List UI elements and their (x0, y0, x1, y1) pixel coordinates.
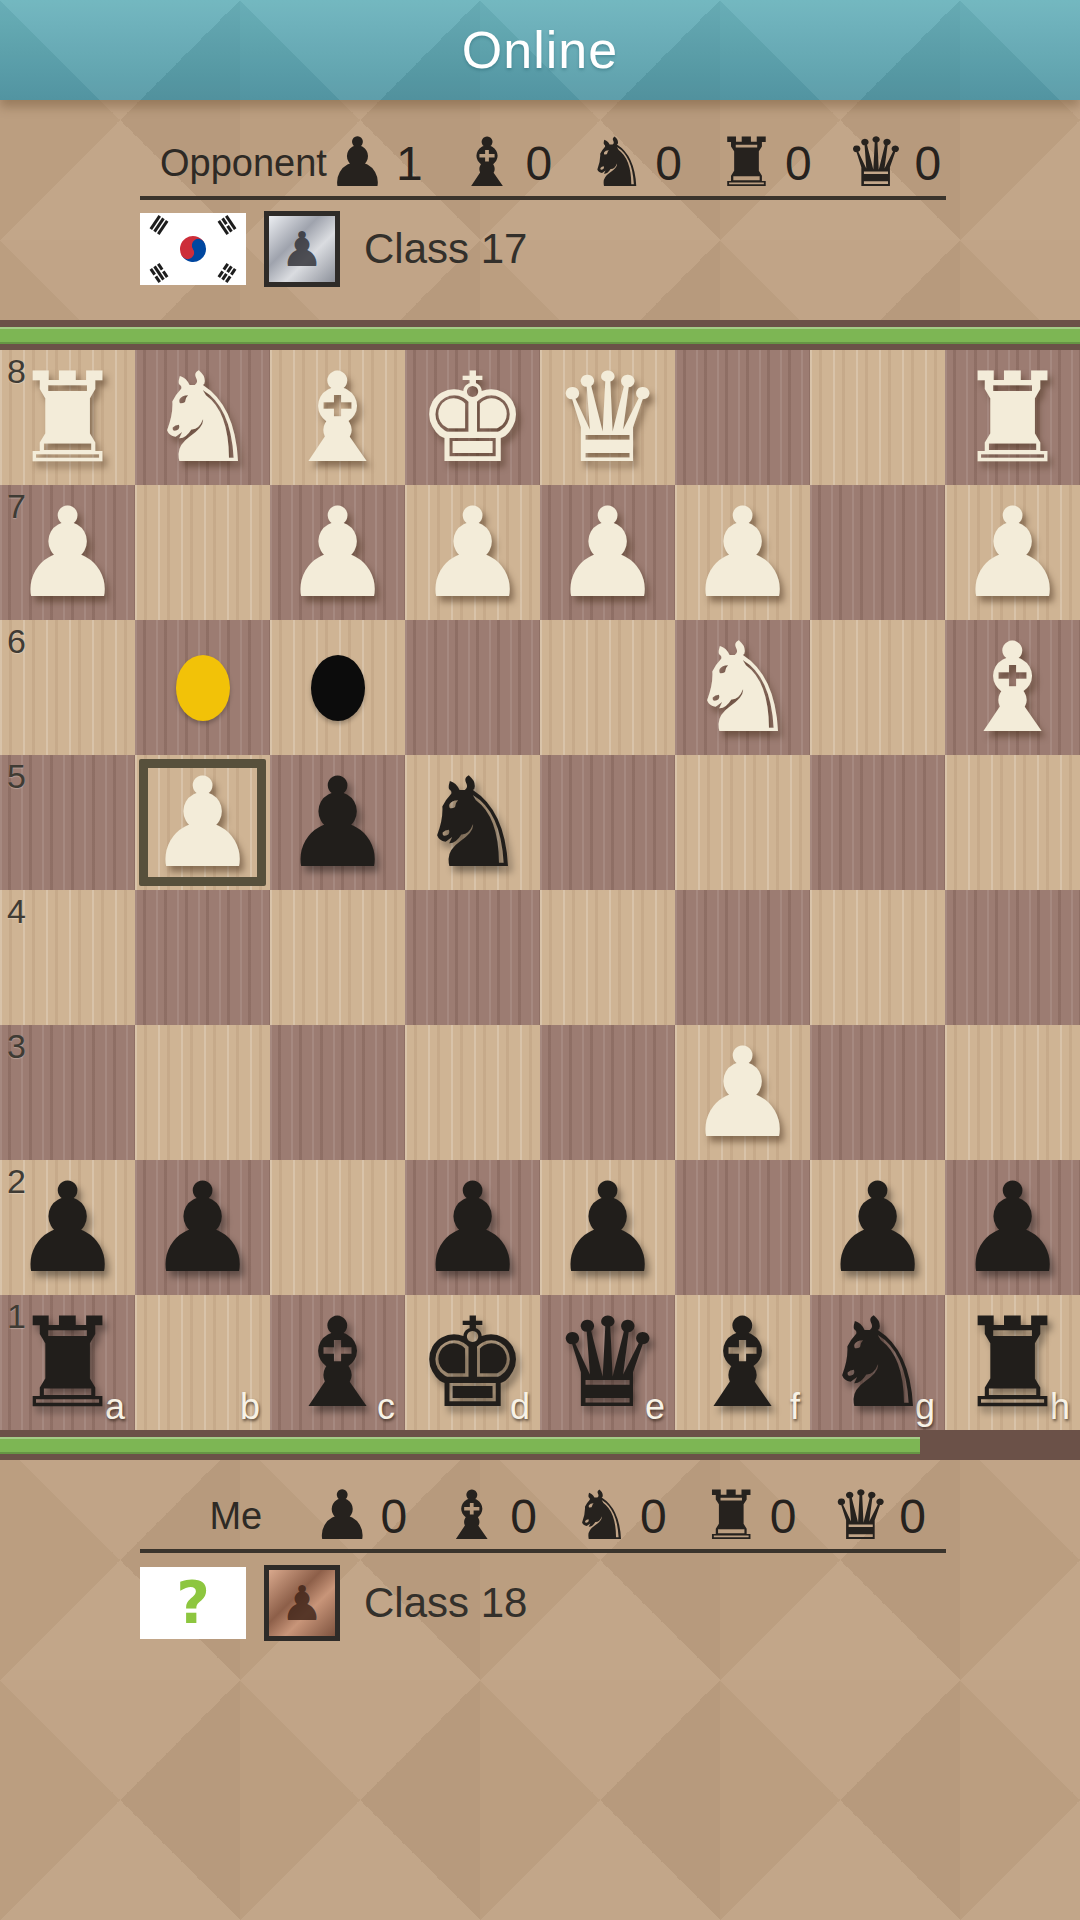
square-b7[interactable] (135, 485, 270, 620)
bishop-icon: ♝ (441, 1480, 502, 1552)
square-d4[interactable] (405, 890, 540, 1025)
me-pawn-count: 0 (381, 1489, 408, 1544)
pawn-icon: ♟ (327, 127, 388, 199)
square-f3[interactable]: ♟ (675, 1025, 810, 1160)
opponent-info: ♟ Class 17 (140, 206, 527, 292)
opponent-bishop-count: 0 (526, 136, 553, 191)
question-mark-icon: ? (176, 1569, 210, 1637)
square-g2[interactable]: ♟ (810, 1160, 945, 1295)
me-knight-count: 0 (640, 1489, 667, 1544)
square-a7[interactable]: 7♟ (0, 485, 135, 620)
black-dot (311, 655, 365, 721)
queen-icon: ♛ (830, 1480, 891, 1552)
square-g7[interactable] (810, 485, 945, 620)
square-b6[interactable] (135, 620, 270, 755)
square-b5[interactable]: ♟ (135, 755, 270, 890)
white-pawn: ♟ (945, 485, 1080, 620)
square-e4[interactable] (540, 890, 675, 1025)
me-captured-items: ♟0♝0♞0♜0♛0 (312, 1480, 960, 1552)
square-h2[interactable]: ♟ (945, 1160, 1080, 1295)
black-pawn: ♟ (270, 755, 405, 890)
square-d7[interactable]: ♟ (405, 485, 540, 620)
me-divider (140, 1549, 946, 1553)
me-info: ? ♟ Class 18 (140, 1560, 527, 1646)
file-label-b: b (240, 1386, 260, 1428)
square-c4[interactable] (270, 890, 405, 1025)
white-rook: ♜ (0, 350, 135, 485)
opponent-label: Opponent (160, 142, 327, 185)
square-f2[interactable] (675, 1160, 810, 1295)
rook-icon: ♜ (701, 1480, 762, 1552)
square-d3[interactable] (405, 1025, 540, 1160)
rank-label-4: 4 (7, 892, 26, 931)
square-d1[interactable]: d♚ (405, 1295, 540, 1430)
square-f1[interactable]: f♝ (675, 1295, 810, 1430)
square-g6[interactable] (810, 620, 945, 755)
bishop-icon: ♝ (457, 127, 518, 199)
square-a4[interactable]: 4 (0, 890, 135, 1025)
square-h4[interactable] (945, 890, 1080, 1025)
square-g3[interactable] (810, 1025, 945, 1160)
opponent-captured-row: Opponent ♟1♝0♞0♜0♛0 (160, 127, 960, 199)
square-a8[interactable]: 8♜ (0, 350, 135, 485)
black-pawn: ♟ (810, 1160, 945, 1295)
rook-icon: ♜ (716, 127, 777, 199)
me-bishop-count: 0 (510, 1489, 537, 1544)
white-king: ♚ (405, 350, 540, 485)
square-g5[interactable] (810, 755, 945, 890)
black-queen: ♛ (540, 1295, 675, 1430)
me-captured-queen: ♛0 (830, 1480, 926, 1552)
square-a2[interactable]: 2♟ (0, 1160, 135, 1295)
my-turn-bar-track (0, 1430, 1080, 1460)
square-e3[interactable] (540, 1025, 675, 1160)
app-screen: Online Opponent ♟1♝0♞0♜0♛0 ♟ Class 1 (0, 0, 1080, 1920)
me-captured-knight: ♞0 (571, 1480, 667, 1552)
knight-icon: ♞ (586, 127, 647, 199)
square-h3[interactable] (945, 1025, 1080, 1160)
opponent-captured-queen: ♛0 (846, 127, 942, 199)
rank-label-5: 5 (7, 757, 26, 796)
opponent-knight-count: 0 (655, 136, 682, 191)
square-f4[interactable] (675, 890, 810, 1025)
square-h1[interactable]: h♜ (945, 1295, 1080, 1430)
white-pawn: ♟ (270, 485, 405, 620)
square-d2[interactable]: ♟ (405, 1160, 540, 1295)
black-pawn: ♟ (135, 1160, 270, 1295)
rank-label-3: 3 (7, 1027, 26, 1066)
square-g8[interactable] (810, 350, 945, 485)
square-a6[interactable]: 6 (0, 620, 135, 755)
square-e1[interactable]: e♛ (540, 1295, 675, 1430)
white-queen: ♛ (540, 350, 675, 485)
square-c8[interactable]: ♝ (270, 350, 405, 485)
square-h8[interactable]: ♜ (945, 350, 1080, 485)
white-bishop: ♝ (270, 350, 405, 485)
knight-icon: ♞ (571, 1480, 632, 1552)
white-pawn: ♟ (0, 485, 135, 620)
opponent-captured-rook: ♜0 (716, 127, 812, 199)
black-pawn: ♟ (0, 1160, 135, 1295)
white-pawn: ♟ (405, 485, 540, 620)
white-pawn: ♟ (675, 485, 810, 620)
square-d5[interactable]: ♞ (405, 755, 540, 890)
square-b1[interactable]: b (135, 1295, 270, 1430)
black-pawn: ♟ (540, 1160, 675, 1295)
queen-icon: ♛ (846, 127, 907, 199)
my-turn-bar-fill (0, 1437, 920, 1454)
square-a3[interactable]: 3 (0, 1025, 135, 1160)
square-d6[interactable] (405, 620, 540, 755)
opponent-queen-count: 0 (915, 136, 942, 191)
black-knight: ♞ (405, 755, 540, 890)
opponent-captured-pawn: ♟1 (327, 127, 423, 199)
me-captured-bishop: ♝0 (441, 1480, 537, 1552)
opponent-captured-items: ♟1♝0♞0♜0♛0 (327, 127, 975, 199)
me-captured-rook: ♜0 (701, 1480, 797, 1552)
chess-board: 8♜♞♝♚♛♜7♟♟♟♟♟♟6♞♝5♟♟♞43♟2♟♟♟♟♟♟1a♜bc♝d♚e… (0, 350, 1080, 1430)
unknown-flag-icon: ? (140, 1567, 246, 1639)
square-e5[interactable] (540, 755, 675, 890)
pawn-badge-icon: ♟ (280, 1579, 323, 1627)
opponent-divider (140, 196, 946, 200)
opponent-rook-count: 0 (785, 136, 812, 191)
square-h5[interactable] (945, 755, 1080, 890)
me-captured-pawn: ♟0 (312, 1480, 408, 1552)
square-e8[interactable]: ♛ (540, 350, 675, 485)
white-bishop: ♝ (945, 620, 1080, 755)
me-name: Class 18 (364, 1579, 527, 1627)
white-knight: ♞ (135, 350, 270, 485)
square-g4[interactable] (810, 890, 945, 1025)
black-rook: ♜ (0, 1295, 135, 1430)
me-rank-badge: ♟ (264, 1565, 340, 1641)
black-pawn: ♟ (405, 1160, 540, 1295)
rank-label-6: 6 (7, 622, 26, 661)
me-captured-row: Me ♟0♝0♞0♜0♛0 (160, 1480, 960, 1552)
square-c1[interactable]: c♝ (270, 1295, 405, 1430)
square-e6[interactable] (540, 620, 675, 755)
square-f7[interactable]: ♟ (675, 485, 810, 620)
square-c3[interactable] (270, 1025, 405, 1160)
black-bishop: ♝ (675, 1295, 810, 1430)
me-rook-count: 0 (770, 1489, 797, 1544)
square-f5[interactable] (675, 755, 810, 890)
square-a1[interactable]: 1a♜ (0, 1295, 135, 1430)
black-bishop: ♝ (270, 1295, 405, 1430)
square-c7[interactable]: ♟ (270, 485, 405, 620)
square-b2[interactable]: ♟ (135, 1160, 270, 1295)
page-title: Online (0, 0, 1080, 100)
square-e7[interactable]: ♟ (540, 485, 675, 620)
square-b8[interactable]: ♞ (135, 350, 270, 485)
white-pawn: ♟ (135, 755, 270, 890)
square-c5[interactable]: ♟ (270, 755, 405, 890)
yellow-dot (176, 655, 230, 721)
square-g1[interactable]: g♞ (810, 1295, 945, 1430)
square-d8[interactable]: ♚ (405, 350, 540, 485)
me-label: Me (160, 1495, 312, 1538)
square-b4[interactable] (135, 890, 270, 1025)
square-e2[interactable]: ♟ (540, 1160, 675, 1295)
opponent-pawn-count: 1 (396, 136, 423, 191)
white-knight: ♞ (675, 620, 810, 755)
square-h6[interactable]: ♝ (945, 620, 1080, 755)
black-king: ♚ (405, 1295, 540, 1430)
opponent-name: Class 17 (364, 225, 527, 273)
white-rook: ♜ (945, 350, 1080, 485)
pawn-badge-icon: ♟ (280, 225, 323, 273)
header: Online (0, 0, 1080, 100)
black-knight: ♞ (810, 1295, 945, 1430)
opponent-turn-bar-fill (0, 327, 1080, 344)
square-h7[interactable]: ♟ (945, 485, 1080, 620)
opponent-captured-knight: ♞0 (586, 127, 682, 199)
opponent-captured-bishop: ♝0 (457, 127, 553, 199)
square-a5[interactable]: 5 (0, 755, 135, 890)
opponent-rank-badge: ♟ (264, 211, 340, 287)
black-pawn: ♟ (945, 1160, 1080, 1295)
south-korea-flag-icon (140, 213, 246, 285)
square-c2[interactable] (270, 1160, 405, 1295)
black-rook: ♜ (945, 1295, 1080, 1430)
square-c6[interactable] (270, 620, 405, 755)
square-f6[interactable]: ♞ (675, 620, 810, 755)
pawn-icon: ♟ (312, 1480, 373, 1552)
square-f8[interactable] (675, 350, 810, 485)
me-queen-count: 0 (899, 1489, 926, 1544)
white-pawn: ♟ (540, 485, 675, 620)
square-b3[interactable] (135, 1025, 270, 1160)
white-pawn: ♟ (675, 1025, 810, 1160)
